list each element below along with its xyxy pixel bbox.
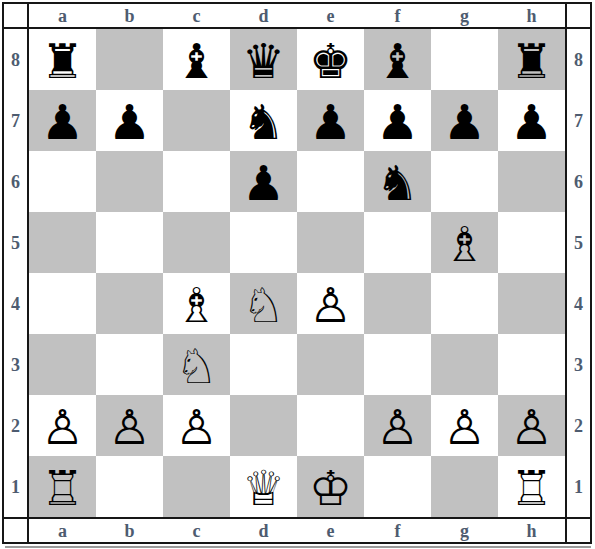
piece-white-pawn[interactable]: ♙︎: [309, 281, 352, 329]
rank-label-7-left: 7: [4, 90, 29, 151]
rank-label-2-right: 2: [565, 395, 590, 456]
square-a5[interactable]: [29, 212, 96, 273]
square-a1[interactable]: ♖︎: [29, 456, 96, 517]
square-c2[interactable]: ♙︎: [163, 395, 230, 456]
square-c1[interactable]: [163, 456, 230, 517]
square-f7[interactable]: ♟︎: [364, 90, 431, 151]
rank-label-1-right: 1: [565, 456, 590, 517]
square-d3[interactable]: [230, 334, 297, 395]
corner-cell: [4, 4, 29, 29]
square-f6[interactable]: ♞︎: [364, 151, 431, 212]
rank-label-8-right: 8: [565, 29, 590, 90]
square-f1[interactable]: [364, 456, 431, 517]
file-label-e-bottom: e: [297, 517, 364, 542]
square-f4[interactable]: [364, 273, 431, 334]
square-e4[interactable]: ♙︎: [297, 273, 364, 334]
file-label-d-top: d: [230, 4, 297, 29]
piece-white-bishop[interactable]: ♗︎: [175, 281, 218, 329]
square-f8[interactable]: ♝︎: [364, 29, 431, 90]
square-e7[interactable]: ♟︎: [297, 90, 364, 151]
piece-white-knight[interactable]: ♘︎: [175, 342, 218, 390]
square-h7[interactable]: ♟︎: [498, 90, 565, 151]
rank-label-4-left: 4: [4, 273, 29, 334]
square-h2[interactable]: ♙︎: [498, 395, 565, 456]
square-h8[interactable]: ♜︎: [498, 29, 565, 90]
rank-label-6-right: 6: [565, 151, 590, 212]
square-d7[interactable]: ♞︎: [230, 90, 297, 151]
square-a8[interactable]: ♜︎: [29, 29, 96, 90]
piece-white-pawn[interactable]: ♙︎: [41, 403, 84, 451]
square-g4[interactable]: [431, 273, 498, 334]
file-label-h-bottom: h: [498, 517, 565, 542]
square-c7[interactable]: [163, 90, 230, 151]
rank-label-5-left: 5: [4, 212, 29, 273]
piece-white-pawn[interactable]: ♙︎: [510, 403, 553, 451]
square-b6[interactable]: [96, 151, 163, 212]
square-e2[interactable]: [297, 395, 364, 456]
piece-black-rook[interactable]: ♜︎: [41, 37, 84, 85]
piece-white-queen[interactable]: ♕︎: [242, 464, 285, 512]
square-b1[interactable]: [96, 456, 163, 517]
rank-label-4-right: 4: [565, 273, 590, 334]
piece-black-queen[interactable]: ♛︎: [242, 37, 285, 85]
piece-white-pawn[interactable]: ♙︎: [108, 403, 151, 451]
piece-black-pawn[interactable]: ♟︎: [443, 98, 486, 146]
square-b3[interactable]: [96, 334, 163, 395]
square-h3[interactable]: [498, 334, 565, 395]
square-d5[interactable]: [230, 212, 297, 273]
file-label-f-top: f: [364, 4, 431, 29]
square-c8[interactable]: ♝︎: [163, 29, 230, 90]
piece-black-rook[interactable]: ♜︎: [510, 37, 553, 85]
square-g6[interactable]: [431, 151, 498, 212]
file-label-e-top: e: [297, 4, 364, 29]
piece-white-rook[interactable]: ♖︎: [41, 464, 84, 512]
piece-white-pawn[interactable]: ♙︎: [175, 403, 218, 451]
square-g8[interactable]: [431, 29, 498, 90]
rank-label-1-left: 1: [4, 456, 29, 517]
file-label-g-bottom: g: [431, 517, 498, 542]
square-f2[interactable]: ♙︎: [364, 395, 431, 456]
square-e5[interactable]: [297, 212, 364, 273]
square-g7[interactable]: ♟︎: [431, 90, 498, 151]
square-d6[interactable]: ♟︎: [230, 151, 297, 212]
square-h1[interactable]: ♖︎: [498, 456, 565, 517]
piece-black-pawn[interactable]: ♟︎: [242, 159, 285, 207]
file-label-b-bottom: b: [96, 517, 163, 542]
square-g1[interactable]: [431, 456, 498, 517]
square-e8[interactable]: ♚︎: [297, 29, 364, 90]
square-a3[interactable]: [29, 334, 96, 395]
chess-board: abcdefgh8♜︎♝︎♛︎♚︎♝︎♜︎87♟︎♟︎♞︎♟︎♟︎♟︎♟︎76♟…: [2, 2, 592, 544]
square-c3[interactable]: ♘︎: [163, 334, 230, 395]
file-label-h-top: h: [498, 4, 565, 29]
square-a4[interactable]: [29, 273, 96, 334]
square-d1[interactable]: ♕︎: [230, 456, 297, 517]
square-c6[interactable]: [163, 151, 230, 212]
file-label-g-top: g: [431, 4, 498, 29]
piece-black-pawn[interactable]: ♟︎: [510, 98, 553, 146]
square-b8[interactable]: [96, 29, 163, 90]
piece-white-knight[interactable]: ♘︎: [242, 281, 285, 329]
square-d8[interactable]: ♛︎: [230, 29, 297, 90]
piece-black-bishop[interactable]: ♝︎: [376, 37, 419, 85]
rank-label-3-right: 3: [565, 334, 590, 395]
file-label-c-top: c: [163, 4, 230, 29]
square-c4[interactable]: ♗︎: [163, 273, 230, 334]
piece-white-pawn[interactable]: ♙︎: [443, 403, 486, 451]
piece-black-pawn[interactable]: ♟︎: [41, 98, 84, 146]
square-g2[interactable]: ♙︎: [431, 395, 498, 456]
square-a2[interactable]: ♙︎: [29, 395, 96, 456]
square-a6[interactable]: [29, 151, 96, 212]
file-label-b-top: b: [96, 4, 163, 29]
square-d4[interactable]: ♘︎: [230, 273, 297, 334]
piece-black-pawn[interactable]: ♟︎: [108, 98, 151, 146]
square-b2[interactable]: ♙︎: [96, 395, 163, 456]
file-label-a-bottom: a: [29, 517, 96, 542]
rank-label-5-right: 5: [565, 212, 590, 273]
piece-black-bishop[interactable]: ♝︎: [175, 37, 218, 85]
piece-black-knight[interactable]: ♞︎: [376, 159, 419, 207]
square-b5[interactable]: [96, 212, 163, 273]
rank-label-2-left: 2: [4, 395, 29, 456]
piece-black-king[interactable]: ♚︎: [309, 37, 352, 85]
rank-label-8-left: 8: [4, 29, 29, 90]
square-b7[interactable]: ♟︎: [96, 90, 163, 151]
square-d2[interactable]: [230, 395, 297, 456]
piece-white-bishop[interactable]: ♗︎: [443, 220, 486, 268]
square-c5[interactable]: [163, 212, 230, 273]
corner-cell: [565, 517, 590, 542]
rank-label-6-left: 6: [4, 151, 29, 212]
square-f3[interactable]: [364, 334, 431, 395]
piece-black-pawn[interactable]: ♟︎: [309, 98, 352, 146]
square-h5[interactable]: [498, 212, 565, 273]
file-label-c-bottom: c: [163, 517, 230, 542]
square-e3[interactable]: [297, 334, 364, 395]
square-e1[interactable]: ♔︎: [297, 456, 364, 517]
corner-cell: [565, 4, 590, 29]
drop-shadow: [5, 546, 591, 548]
piece-white-rook[interactable]: ♖︎: [510, 464, 553, 512]
file-label-f-bottom: f: [364, 517, 431, 542]
corner-cell: [4, 517, 29, 542]
square-h6[interactable]: [498, 151, 565, 212]
square-f5[interactable]: [364, 212, 431, 273]
rank-label-3-left: 3: [4, 334, 29, 395]
square-g5[interactable]: ♗︎: [431, 212, 498, 273]
piece-black-pawn[interactable]: ♟︎: [376, 98, 419, 146]
square-a7[interactable]: ♟︎: [29, 90, 96, 151]
piece-white-pawn[interactable]: ♙︎: [376, 403, 419, 451]
piece-white-king[interactable]: ♔︎: [309, 464, 352, 512]
piece-black-knight[interactable]: ♞︎: [242, 98, 285, 146]
file-label-d-bottom: d: [230, 517, 297, 542]
file-label-a-top: a: [29, 4, 96, 29]
square-b4[interactable]: [96, 273, 163, 334]
square-g3[interactable]: [431, 334, 498, 395]
rank-label-7-right: 7: [565, 90, 590, 151]
square-h4[interactable]: [498, 273, 565, 334]
square-e6[interactable]: [297, 151, 364, 212]
